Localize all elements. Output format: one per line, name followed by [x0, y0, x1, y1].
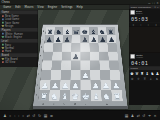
palette-black-piece-0[interactable]: ♚ — [131, 77, 134, 81]
square-h2[interactable]: ♟ — [110, 80, 121, 90]
first-move-icon[interactable]: « — [132, 23, 134, 26]
piece-white-bishop-f1[interactable]: ♝ — [91, 92, 102, 101]
square-e7[interactable]: ♟ — [80, 35, 89, 43]
square-e4[interactable] — [80, 60, 90, 69]
square-b5[interactable] — [52, 52, 62, 61]
black-avatar — [131, 10, 135, 14]
item-bullet-icon — [2, 61, 4, 63]
swap-icon[interactable]: ⇄ — [137, 110, 140, 120]
square-d5[interactable]: ♟ — [71, 52, 80, 61]
square-e6[interactable] — [80, 43, 89, 51]
piece-black-rook-h8[interactable]: ♜ — [106, 28, 115, 35]
square-d2[interactable]: ♟ — [70, 80, 80, 90]
menu-game[interactable]: Game — [1, 6, 13, 9]
item-bullet-icon — [2, 19, 4, 21]
menu-moves[interactable]: Moves — [23, 6, 36, 9]
square-e2[interactable] — [80, 80, 90, 90]
board-grid: ♜♞♝♛♚♝♞♜♟♟♟♟♟♟♟♟♟♟♟♟♟♟♟♟♜♞♝♛♚♝♞♜ — [38, 27, 123, 101]
square-d1[interactable]: ♛ — [70, 90, 81, 101]
palette-white-piece-3[interactable]: ♝ — [145, 71, 149, 76]
palette-white-piece-2[interactable]: ♜ — [140, 71, 144, 76]
piece-black-bishop-f8[interactable]: ♝ — [89, 28, 98, 35]
piece-white-king-e1[interactable]: ♚ — [81, 92, 92, 101]
minimize-icon[interactable]: — — [148, 2, 151, 5]
undo-icon[interactable]: ↺ — [32, 110, 35, 120]
redo-icon[interactable]: ↻ — [38, 110, 41, 120]
piece-white-knight-g1[interactable]: ♞ — [101, 92, 112, 101]
square-h6[interactable] — [107, 43, 117, 51]
palette-black-piece-3[interactable]: ♝ — [149, 77, 152, 81]
next-move-icon[interactable]: › — [148, 23, 149, 26]
square-f5[interactable] — [90, 52, 100, 61]
square-d8[interactable]: ♛ — [72, 27, 81, 35]
square-d6[interactable] — [71, 43, 80, 51]
square-e1[interactable]: ♚ — [81, 90, 92, 101]
square-h4[interactable] — [109, 60, 119, 69]
square-f3[interactable] — [90, 70, 100, 80]
piece-white-queen-d1[interactable]: ♛ — [70, 92, 81, 101]
square-b2[interactable]: ♟ — [50, 80, 61, 90]
piece-white-rook-h1[interactable]: ♜ — [111, 92, 122, 101]
square-c4[interactable] — [61, 60, 71, 69]
piece-white-pawn-d2[interactable]: ♟ — [70, 81, 80, 90]
board-scene: 87654321 ♜♞♝♛♚♝♞♜♟♟♟♟♟♟♟♟♟♟♟♟♟♟♟♟♜♞♝♛♚♝♞… — [28, 18, 132, 113]
close-icon[interactable]: × — [157, 6, 159, 9]
board-area: 87654321 ♜♞♝♛♚♝♞♜♟♟♟♟♟♟♟♟♟♟♟♟♟♟♟♟♜♞♝♛♚♝♞… — [28, 18, 132, 113]
desktop-background: Chess —□× GameEditMovesViewEngineSetting… — [0, 0, 160, 120]
menu-edit[interactable]: Edit — [13, 6, 22, 9]
menu-icon[interactable]: ≡ — [50, 110, 53, 120]
palette-black-piece-2[interactable]: ♜ — [143, 77, 146, 81]
player-card-black: Black Engine — [129, 9, 160, 16]
menu-help[interactable]: Help — [75, 6, 85, 9]
maximize-icon[interactable]: □ — [152, 2, 154, 5]
palette-black-piece-4[interactable]: ♞ — [155, 77, 158, 81]
close-tray-icon[interactable]: × — [154, 110, 157, 120]
file-labels: ABCDEFGH — [38, 103, 123, 106]
collapse-icon[interactable]: ▾ — [154, 6, 155, 9]
rotate-icon[interactable]: ↺ — [142, 110, 145, 120]
white-player-subtitle: Human — [136, 57, 143, 59]
item-bullet-icon — [2, 33, 4, 35]
last-move-icon[interactable]: » — [155, 23, 157, 26]
prev-move-icon[interactable]: ‹ — [140, 23, 141, 26]
square-c1[interactable]: ♝ — [59, 90, 70, 101]
next-move-icon[interactable]: › — [18, 110, 20, 120]
piece-black-pawn-d5[interactable]: ♟ — [71, 53, 80, 61]
right-panel: Game Information ▾× Black Engine 05:03 «… — [129, 5, 160, 105]
item-bullet-icon — [2, 15, 4, 17]
zoom-in-icon[interactable]: + — [148, 110, 151, 120]
piece-white-bishop-c1[interactable]: ♝ — [59, 92, 70, 101]
palette-white-piece-1[interactable]: ♛ — [135, 71, 139, 76]
chess-board: 87654321 ♜♞♝♛♚♝♞♜♟♟♟♟♟♟♟♟♟♟♟♟♟♟♟♟♜♞♝♛♚♝♞… — [33, 24, 127, 106]
move-list[interactable] — [129, 27, 160, 53]
file-label-f: F — [91, 103, 102, 106]
toolbar-left: ♟«‹›»⇄↺↻▦≡ — [2, 110, 54, 120]
square-f2[interactable]: ♟ — [90, 80, 101, 90]
square-c8[interactable]: ♝ — [63, 27, 72, 35]
file-label-e: E — [80, 103, 91, 106]
piece-white-pawn-h2[interactable]: ♟ — [111, 81, 122, 90]
square-c5[interactable] — [62, 52, 72, 61]
square-f4[interactable] — [90, 60, 100, 69]
palette-white-piece-5[interactable]: ♟ — [156, 71, 160, 76]
square-b3[interactable] — [51, 70, 62, 80]
square-b6[interactable] — [53, 43, 63, 51]
square-c3[interactable] — [61, 70, 71, 80]
square-h1[interactable]: ♜ — [111, 90, 122, 101]
square-b7[interactable]: ♟ — [53, 35, 62, 43]
piece-black-king-e8[interactable]: ♚ — [80, 28, 89, 35]
bottom-toolbar: ♟«‹›»⇄↺↻▦≡ ▦♟⇄↺+× — [0, 110, 160, 120]
square-e8[interactable]: ♚ — [80, 27, 89, 35]
piece-white-pawn-b2[interactable]: ♟ — [50, 81, 61, 90]
player-card-white: White Human — [129, 53, 160, 60]
square-d3[interactable] — [71, 70, 81, 80]
file-label-h: H — [112, 103, 123, 106]
first-move-icon[interactable]: « — [9, 110, 11, 120]
file-label-d: D — [70, 103, 81, 106]
piece-black-bishop-c8[interactable]: ♝ — [63, 28, 72, 35]
menu-engine[interactable]: Engine — [46, 6, 59, 9]
square-e3[interactable]: ♟ — [80, 70, 90, 80]
menu-settings[interactable]: Settings — [59, 6, 74, 9]
app-window: Chess —□× GameEditMovesViewEngineSetting… — [0, 0, 160, 120]
right-panel-filler — [129, 81, 160, 105]
board-frame: 87654321 ♜♞♝♛♚♝♞♜♟♟♟♟♟♟♟♟♟♟♟♟♟♟♟♟♜♞♝♛♚♝♞… — [33, 24, 128, 108]
square-f7[interactable]: ♟ — [89, 35, 98, 43]
square-d7[interactable] — [71, 35, 80, 43]
last-move-icon[interactable]: » — [22, 110, 24, 120]
palette-black-piece-1[interactable]: ♛ — [137, 77, 140, 81]
piece-white-pawn-f2[interactable]: ♟ — [91, 81, 102, 90]
piece-black-queen-d8[interactable]: ♛ — [72, 28, 81, 35]
pieces-icon[interactable]: ♟ — [3, 110, 6, 120]
square-h7[interactable]: ♟ — [107, 35, 117, 43]
square-h8[interactable]: ♜ — [106, 27, 115, 35]
square-b4[interactable] — [51, 60, 61, 69]
piece-black-pawn-c7[interactable]: ♟ — [62, 36, 71, 43]
square-h3[interactable] — [110, 70, 121, 80]
toolbar-right: ▦♟⇄↺+× — [124, 110, 158, 120]
item-bullet-icon — [2, 58, 4, 60]
close-icon[interactable]: × — [156, 2, 158, 5]
pieces-tray-icon[interactable]: ♟ — [131, 110, 134, 120]
piece-white-pawn-e3[interactable]: ♟ — [80, 71, 90, 79]
item-bullet-icon — [2, 44, 4, 46]
item-bullet-icon — [2, 22, 4, 24]
white-avatar — [131, 54, 135, 58]
item-bullet-icon — [2, 47, 4, 49]
square-c6[interactable] — [62, 43, 71, 51]
menu-view[interactable]: View — [35, 6, 46, 9]
piece-black-pawn-b7[interactable]: ♟ — [54, 36, 63, 43]
file-label-g: G — [101, 103, 112, 106]
piece-black-pawn-f7[interactable]: ♟ — [89, 36, 98, 43]
flip-board-icon[interactable]: ⇄ — [27, 110, 30, 120]
board-icon[interactable]: ▦ — [44, 110, 48, 120]
square-f1[interactable]: ♝ — [91, 90, 102, 101]
square-c7[interactable]: ♟ — [62, 35, 71, 43]
item-bullet-icon — [2, 25, 4, 27]
piece-black-pawn-e7[interactable]: ♟ — [80, 36, 89, 43]
file-label-c: C — [59, 103, 70, 106]
square-h5[interactable] — [108, 52, 118, 61]
palette-white-piece-0[interactable]: ♚ — [130, 71, 134, 76]
layout-icon[interactable]: ▦ — [125, 110, 129, 120]
item-bullet-icon — [2, 36, 4, 38]
square-c2[interactable]: ♟ — [60, 80, 71, 90]
square-b1[interactable]: ♞ — [49, 90, 60, 101]
window-title: Chess — [2, 1, 10, 4]
square-d4[interactable] — [71, 60, 81, 69]
palette-white-piece-4[interactable]: ♞ — [150, 71, 154, 76]
item-bullet-icon — [2, 50, 4, 52]
prev-move-icon[interactable]: ‹ — [14, 110, 16, 120]
piece-black-pawn-h7[interactable]: ♟ — [107, 36, 117, 43]
file-label-b: B — [48, 103, 59, 106]
file-label-a: A — [38, 103, 49, 106]
piece-white-knight-b1[interactable]: ♞ — [49, 92, 60, 101]
piece-white-pawn-c2[interactable]: ♟ — [60, 81, 70, 90]
black-player-subtitle: Engine — [136, 13, 143, 15]
piece-black-knight-b8[interactable]: ♞ — [54, 28, 63, 35]
square-e5[interactable] — [80, 52, 89, 61]
square-f6[interactable] — [89, 43, 98, 51]
